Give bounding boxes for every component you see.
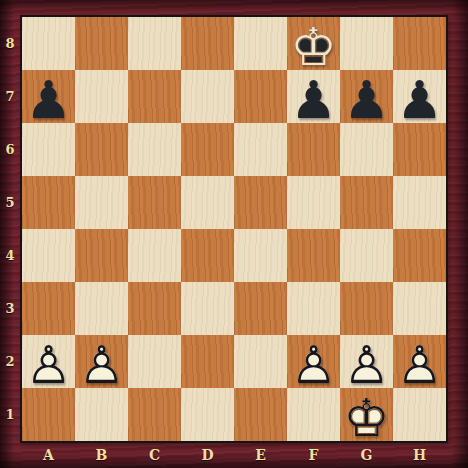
square-a5[interactable] [22,176,75,229]
square-c6[interactable] [128,123,181,176]
square-h1[interactable] [393,388,446,441]
square-g5[interactable] [340,176,393,229]
white-pawn-glyph: ♟ [340,339,393,391]
square-d2[interactable] [181,335,234,388]
black-pawn-glyph: ♟ [22,74,75,126]
file-label-d: D [181,443,234,466]
black-king-glyph: ♚ [287,21,340,73]
board: ♚♔♟♟♟♟♟♙♟♙♟♙♟♙♟♙♚♔ [20,15,448,443]
black-pawn[interactable]: ♟ [393,70,446,123]
square-h6[interactable] [393,123,446,176]
square-b6[interactable] [75,123,128,176]
file-label-a: A [22,443,75,466]
file-label-b: B [75,443,128,466]
file-label-g: G [340,443,393,466]
square-g3[interactable] [340,282,393,335]
square-c2[interactable] [128,335,181,388]
square-a4[interactable] [22,229,75,282]
white-pawn[interactable]: ♟♙ [340,335,393,388]
square-e1[interactable] [234,388,287,441]
white-pawn-outline-glyph: ♙ [75,339,128,391]
square-d6[interactable] [181,123,234,176]
square-e4[interactable] [234,229,287,282]
rank-label-4: 4 [0,229,20,282]
white-pawn-glyph: ♟ [287,339,340,391]
rank-labels: 87654321 [0,17,20,441]
white-pawn-glyph: ♟ [22,339,75,391]
white-king[interactable]: ♚♔ [340,388,393,441]
square-g4[interactable] [340,229,393,282]
square-h2[interactable]: ♟♙ [393,335,446,388]
square-f3[interactable] [287,282,340,335]
white-pawn-glyph: ♟ [75,339,128,391]
square-c4[interactable] [128,229,181,282]
square-b2[interactable]: ♟♙ [75,335,128,388]
square-e5[interactable] [234,176,287,229]
black-king-outline-glyph: ♔ [287,21,340,73]
white-pawn-outline-glyph: ♙ [393,339,446,391]
black-pawn[interactable]: ♟ [22,70,75,123]
black-pawn[interactable]: ♟ [340,70,393,123]
square-a6[interactable] [22,123,75,176]
square-g1[interactable]: ♚♔ [340,388,393,441]
square-a1[interactable] [22,388,75,441]
square-b7[interactable] [75,70,128,123]
square-f6[interactable] [287,123,340,176]
square-f2[interactable]: ♟♙ [287,335,340,388]
white-king-glyph: ♚ [340,392,393,444]
white-pawn[interactable]: ♟♙ [75,335,128,388]
square-f1[interactable] [287,388,340,441]
file-label-h: H [393,443,446,466]
square-b3[interactable] [75,282,128,335]
chess-board-frame: ♚♔♟♟♟♟♟♙♟♙♟♙♟♙♟♙♚♔ 87654321 ABCDEFGH [0,0,468,468]
white-pawn-outline-glyph: ♙ [340,339,393,391]
rank-label-1: 1 [0,388,20,441]
rank-label-7: 7 [0,70,20,123]
black-pawn[interactable]: ♟ [287,70,340,123]
square-f8[interactable]: ♚♔ [287,17,340,70]
file-label-c: C [128,443,181,466]
square-g6[interactable] [340,123,393,176]
square-b4[interactable] [75,229,128,282]
square-d8[interactable] [181,17,234,70]
file-label-f: F [287,443,340,466]
white-king-outline-glyph: ♔ [340,392,393,444]
white-pawn[interactable]: ♟♙ [287,335,340,388]
square-h7[interactable]: ♟ [393,70,446,123]
white-pawn-glyph: ♟ [393,339,446,391]
square-h4[interactable] [393,229,446,282]
square-c3[interactable] [128,282,181,335]
black-king[interactable]: ♚♔ [287,17,340,70]
square-e6[interactable] [234,123,287,176]
rank-label-8: 8 [0,17,20,70]
square-e3[interactable] [234,282,287,335]
square-f4[interactable] [287,229,340,282]
square-d5[interactable] [181,176,234,229]
white-pawn[interactable]: ♟♙ [22,335,75,388]
file-label-e: E [234,443,287,466]
square-f7[interactable]: ♟ [287,70,340,123]
square-b5[interactable] [75,176,128,229]
square-h3[interactable] [393,282,446,335]
square-d4[interactable] [181,229,234,282]
square-d3[interactable] [181,282,234,335]
square-e2[interactable] [234,335,287,388]
rank-label-2: 2 [0,335,20,388]
square-f5[interactable] [287,176,340,229]
square-g7[interactable]: ♟ [340,70,393,123]
black-pawn-glyph: ♟ [393,74,446,126]
file-labels: ABCDEFGH [22,443,446,466]
square-g8[interactable] [340,17,393,70]
square-e8[interactable] [234,17,287,70]
black-pawn-glyph: ♟ [287,74,340,126]
rank-label-5: 5 [0,176,20,229]
square-c8[interactable] [128,17,181,70]
square-a3[interactable] [22,282,75,335]
square-h5[interactable] [393,176,446,229]
square-b1[interactable] [75,388,128,441]
square-a2[interactable]: ♟♙ [22,335,75,388]
square-g2[interactable]: ♟♙ [340,335,393,388]
white-pawn-outline-glyph: ♙ [22,339,75,391]
black-pawn-glyph: ♟ [340,74,393,126]
square-e7[interactable] [234,70,287,123]
square-c5[interactable] [128,176,181,229]
square-a8[interactable] [22,17,75,70]
square-c1[interactable] [128,388,181,441]
square-a7[interactable]: ♟ [22,70,75,123]
square-d7[interactable] [181,70,234,123]
white-pawn[interactable]: ♟♙ [393,335,446,388]
rank-label-6: 6 [0,123,20,176]
square-c7[interactable] [128,70,181,123]
square-b8[interactable] [75,17,128,70]
square-d1[interactable] [181,388,234,441]
square-h8[interactable] [393,17,446,70]
rank-label-3: 3 [0,282,20,335]
white-pawn-outline-glyph: ♙ [287,339,340,391]
